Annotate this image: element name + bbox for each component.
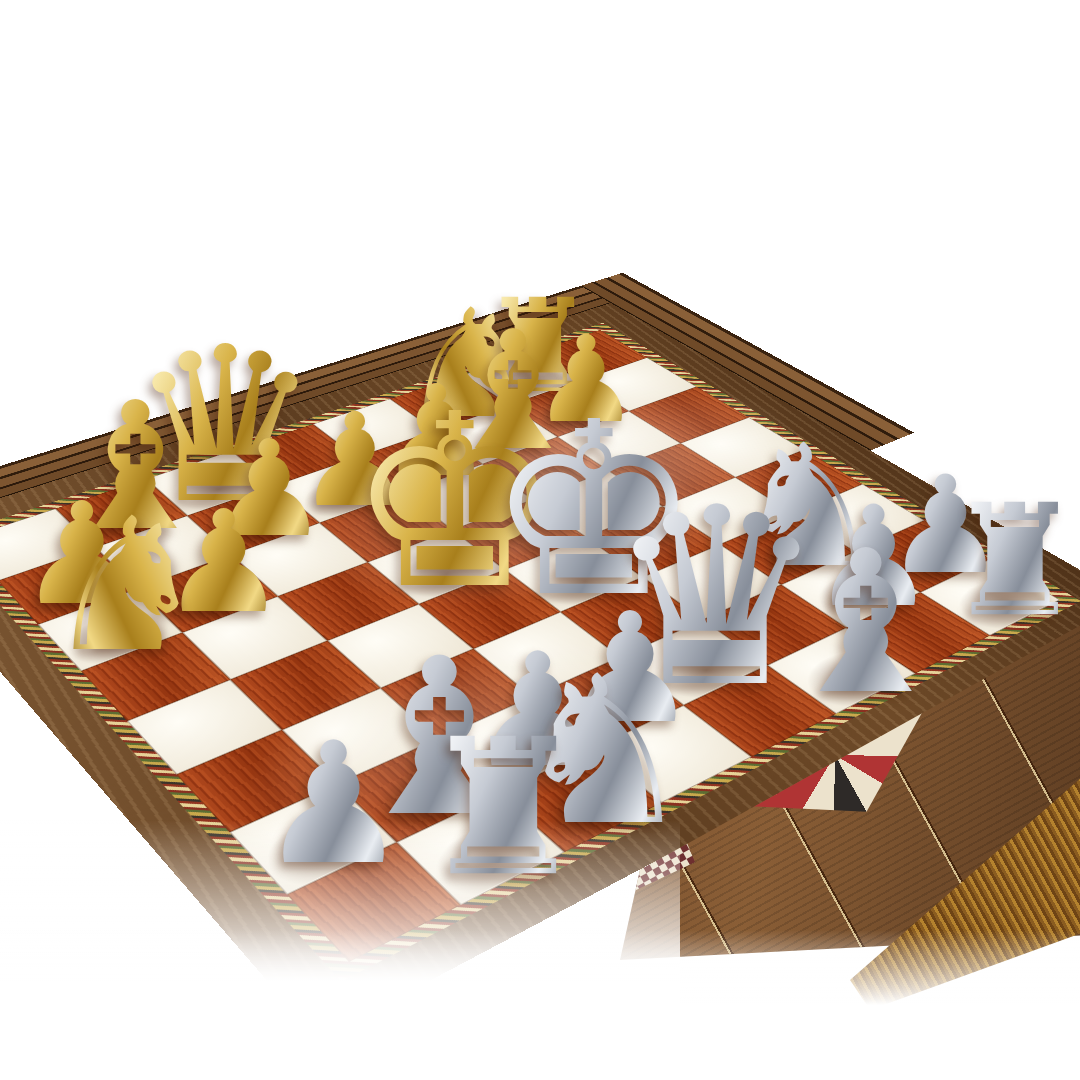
piece-silver-pawn-h2: ♟	[885, 465, 1006, 587]
chess-set-photo: ♝♛♞♜♟♟♟♟♝♟♞♟♚♚♞♟♝♟♟♛♟♟♜♞♝♜	[0, 0, 1080, 1080]
piece-gold-king-d5: ♚	[347, 395, 562, 611]
piece-silver-king-e4: ♚	[486, 402, 701, 618]
piece-gold-pawn-g7: ♟	[532, 326, 640, 434]
piece-gold-rook-g8: ♜	[480, 288, 596, 404]
piece-gold-pawn-d7: ♟	[297, 402, 413, 518]
piece-gold-pawn-c7: ♟	[210, 430, 329, 550]
pieces-layer: ♝♛♞♜♟♟♟♟♝♟♞♟♚♚♞♟♝♟♟♛♟♟♜♞♝♜	[0, 0, 1080, 1080]
piece-gold-bishop-b8: ♝	[56, 388, 215, 547]
piece-silver-bishop-b2: ♝	[342, 641, 537, 836]
piece-silver-pawn-a2: ♟	[258, 729, 409, 880]
piece-gold-bishop-f7: ♝	[440, 318, 587, 466]
piece-silver-knight-c1: ♞	[512, 660, 696, 845]
piece-silver-pawn-d2: ♟	[562, 601, 698, 738]
piece-gold-pawn-e7: ♟	[380, 375, 493, 488]
piece-silver-pawn-c2: ♟	[467, 641, 608, 782]
piece-gold-queen-c8: ♛	[129, 329, 322, 522]
piece-silver-rook-b1: ♜	[419, 723, 588, 892]
piece-gold-knight-f8: ♞	[398, 297, 532, 432]
piece-silver-queen-e2: ♛	[606, 487, 827, 708]
piece-gold-pawn-b6: ♟	[161, 498, 287, 625]
piece-gold-pawn-a7: ♟	[19, 491, 145, 618]
piece-silver-knight-g3: ♞	[733, 431, 885, 583]
piece-silver-bishop-f1: ♝	[777, 534, 954, 711]
piece-gold-knight-a6: ♞	[43, 502, 208, 668]
piece-silver-rook-h1: ♜	[946, 492, 1080, 631]
piece-silver-pawn-g2: ♟	[811, 496, 936, 621]
